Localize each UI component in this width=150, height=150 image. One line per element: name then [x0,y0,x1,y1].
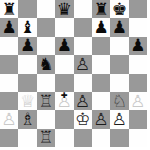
square-a6[interactable] [0,37,18,55]
square-f8[interactable]: ♜ [92,0,110,18]
square-h8[interactable] [129,0,147,18]
square-b7[interactable]: ♝ [18,18,36,36]
piece-black-rook: ♜ [93,1,108,18]
square-c8[interactable] [37,0,55,18]
square-g8[interactable]: ♚ [110,0,128,18]
square-e4[interactable] [74,74,92,92]
square-f5[interactable] [92,55,110,73]
square-a3[interactable] [0,92,18,110]
piece-white-pawn: ♙ [2,111,17,128]
piece-black-pawn: ♟ [93,19,108,36]
piece-black-pawn: ♟ [130,37,145,54]
square-e8[interactable] [74,0,92,18]
square-g2[interactable]: ♙ [110,110,128,128]
piece-white-pawn: ♙ [112,111,127,128]
square-c2[interactable] [37,110,55,128]
square-h5[interactable] [129,55,147,73]
piece-white-knight: ♘ [112,93,127,110]
square-d5[interactable] [55,55,73,73]
piece-black-pawn: ♟ [20,37,35,54]
chess-board: ♜♛♜♚♟♝♟♟♟♟♟♞♙♕♖♙✚♙♘♙♙♗♔♙♙♖ [0,0,147,147]
piece-black-pawn: ♟ [112,19,127,36]
piece-white-rook: ♖ [38,93,53,110]
square-g7[interactable]: ♟ [110,18,128,36]
square-b6[interactable]: ♟ [18,37,36,55]
piece-white-rook: ♖ [38,129,53,146]
square-c7[interactable] [37,18,55,36]
square-f1[interactable] [92,129,110,147]
piece-white-pawn: ♙ [130,93,145,110]
square-d6[interactable]: ♟ [55,37,73,55]
square-g6[interactable] [110,37,128,55]
square-a5[interactable] [0,55,18,73]
square-a8[interactable]: ♜ [0,0,18,18]
piece-white-pawn: ♙ [75,93,90,110]
square-e1[interactable] [74,129,92,147]
square-c5[interactable]: ♞ [37,55,55,73]
square-f7[interactable]: ♟ [92,18,110,36]
square-d7[interactable] [55,18,73,36]
square-h4[interactable] [129,74,147,92]
piece-white-pawn: ♙ [93,111,108,128]
piece-black-pawn: ♟ [2,19,17,36]
piece-white-queen: ♕ [20,93,35,110]
piece-black-bishop: ♝ [20,19,35,36]
square-g5[interactable] [110,55,128,73]
square-d1[interactable] [55,129,73,147]
piece-white-pawn: ♙ [57,93,72,110]
square-d2[interactable] [55,110,73,128]
square-g4[interactable] [110,74,128,92]
piece-black-king: ♚ [112,1,127,18]
square-f6[interactable] [92,37,110,55]
square-a2[interactable]: ♙ [0,110,18,128]
square-b2[interactable]: ♗ [18,110,36,128]
square-b4[interactable] [18,74,36,92]
piece-white-king: ♔ [75,111,90,128]
piece-black-pawn: ♟ [57,37,72,54]
square-b3[interactable]: ♕ [18,92,36,110]
square-g3[interactable]: ♘ [110,92,128,110]
square-a7[interactable]: ♟ [0,18,18,36]
square-c6[interactable] [37,37,55,55]
cross-marker-icon: ✚ [61,92,68,100]
square-h1[interactable] [129,129,147,147]
square-h7[interactable] [129,18,147,36]
square-e7[interactable] [74,18,92,36]
square-e6[interactable] [74,37,92,55]
square-b5[interactable] [18,55,36,73]
square-d4[interactable] [55,74,73,92]
piece-black-knight: ♞ [38,56,53,73]
square-g1[interactable] [110,129,128,147]
piece-black-rook: ♜ [2,1,17,18]
square-b1[interactable] [18,129,36,147]
square-a1[interactable] [0,129,18,147]
square-h6[interactable]: ♟ [129,37,147,55]
square-f4[interactable] [92,74,110,92]
square-f3[interactable] [92,92,110,110]
square-h2[interactable] [129,110,147,128]
square-d3[interactable]: ♙✚ [55,92,73,110]
square-f2[interactable]: ♙ [92,110,110,128]
square-a4[interactable] [0,74,18,92]
square-d8[interactable]: ♛ [55,0,73,18]
square-e2[interactable]: ♔ [74,110,92,128]
piece-white-pawn: ♙ [75,56,90,73]
square-e3[interactable]: ♙ [74,92,92,110]
square-e5[interactable]: ♙ [74,55,92,73]
piece-black-queen: ♛ [57,1,72,18]
square-c4[interactable] [37,74,55,92]
square-c1[interactable]: ♖ [37,129,55,147]
piece-white-bishop: ♗ [20,111,35,128]
square-c3[interactable]: ♖ [37,92,55,110]
square-h3[interactable]: ♙ [129,92,147,110]
square-b8[interactable] [18,0,36,18]
